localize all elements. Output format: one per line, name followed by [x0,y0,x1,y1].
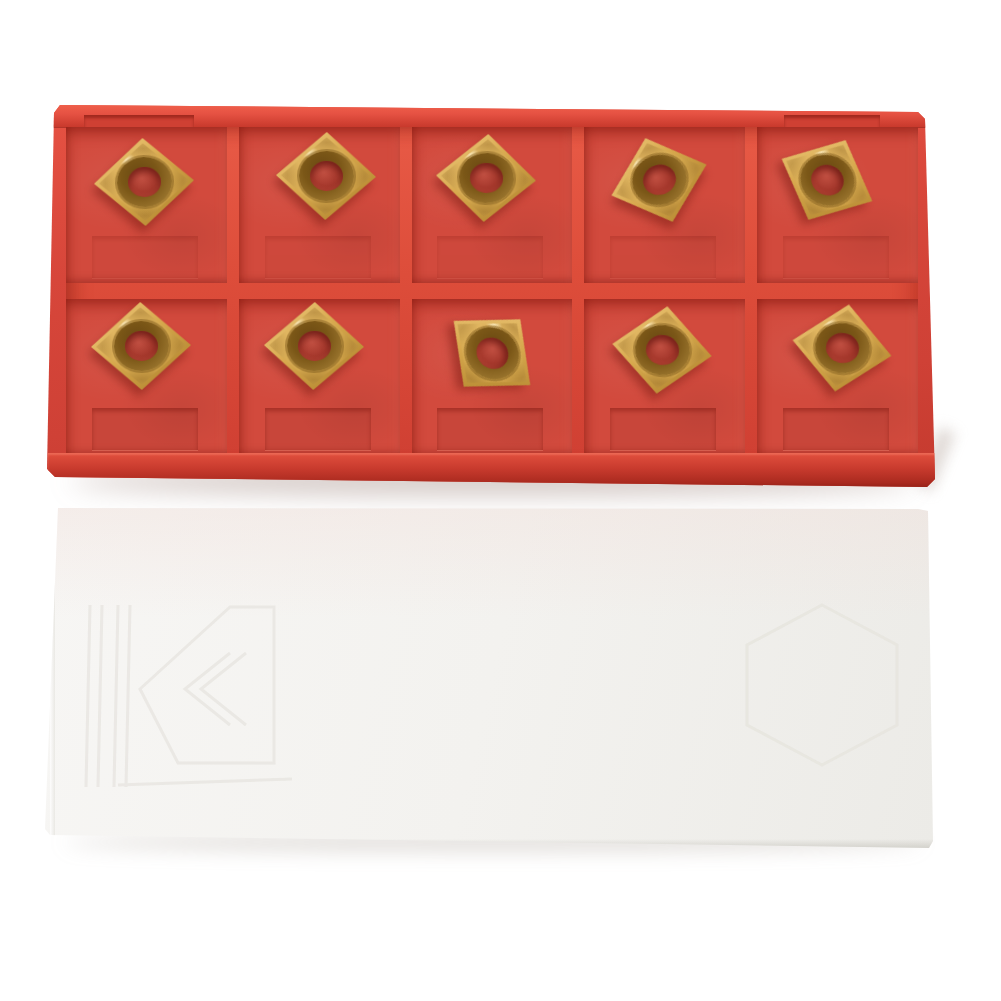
compartment-recess [265,236,371,278]
tray-compartment [757,127,918,283]
compartment-recess [610,236,716,278]
carbide-insert [434,131,538,224]
carbide-insert [91,301,193,391]
tray-compartment [239,127,400,283]
tray-grid [66,127,918,455]
compartment-recess [437,408,543,450]
insert-hole [309,161,343,191]
lid [44,505,934,849]
carbide-insert [607,300,717,400]
tray-compartment [757,299,918,455]
tray-compartment [66,127,227,283]
carbide-insert [275,131,377,221]
tray-compartment [66,299,227,455]
compartment-recess [265,408,371,450]
compartment-recess [783,236,889,278]
tray-front-wall [48,453,936,489]
compartment-recess [92,408,198,450]
insert-hole [297,331,331,361]
carbide-insert [263,301,365,391]
compartment-recess [437,236,543,278]
brand-emblem-emboss-icon [78,591,318,796]
tray-compartment [412,299,573,455]
lid-bottom-edge [44,839,934,849]
tray-compartment [239,299,400,455]
compartment-recess [783,408,889,450]
insert-tray [46,103,938,489]
faint-hexagon-emboss-icon [732,597,912,772]
carbide-insert [93,136,196,227]
lid-left-edge-highlight [50,509,55,839]
tray-compartment [584,299,745,455]
insert-hole [125,331,159,361]
carbide-insert [763,119,891,241]
tray-compartment [584,127,745,283]
compartment-recess [92,236,198,278]
tray-compartment [412,127,573,283]
product-photo [0,0,1001,1001]
compartment-recess [610,408,716,450]
carbide-insert [425,287,558,419]
carbide-insert [598,123,720,238]
carbide-insert [785,297,898,400]
